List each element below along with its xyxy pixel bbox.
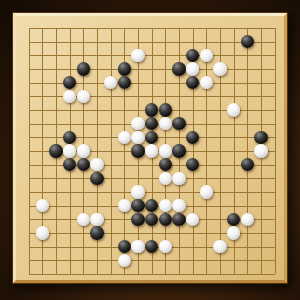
white-stone[interactable] xyxy=(254,144,267,157)
black-stone[interactable] xyxy=(49,144,62,157)
white-stone[interactable] xyxy=(213,240,226,253)
go-board[interactable] xyxy=(13,13,287,283)
white-stone[interactable] xyxy=(241,213,254,226)
white-stone[interactable] xyxy=(159,199,172,212)
white-stone[interactable] xyxy=(131,185,144,198)
black-stone[interactable] xyxy=(145,199,158,212)
black-stone[interactable] xyxy=(241,35,254,48)
black-stone[interactable] xyxy=(145,117,158,130)
white-stone[interactable] xyxy=(145,144,158,157)
white-stone[interactable] xyxy=(131,117,144,130)
black-stone[interactable] xyxy=(172,117,185,130)
black-stone[interactable] xyxy=(63,131,76,144)
white-stone[interactable] xyxy=(227,226,240,239)
black-stone[interactable] xyxy=(145,213,158,226)
white-stone[interactable] xyxy=(90,213,103,226)
black-stone[interactable] xyxy=(77,62,90,75)
black-stone[interactable] xyxy=(118,76,131,89)
white-stone[interactable] xyxy=(118,131,131,144)
black-stone[interactable] xyxy=(186,158,199,171)
go-game-scene xyxy=(0,0,300,300)
white-stone[interactable] xyxy=(172,199,185,212)
white-stone[interactable] xyxy=(186,213,199,226)
grid-line-vertical xyxy=(247,28,248,274)
black-stone[interactable] xyxy=(227,213,240,226)
black-stone[interactable] xyxy=(159,103,172,116)
grid-line-horizontal xyxy=(29,260,275,261)
black-stone[interactable] xyxy=(254,131,267,144)
white-stone[interactable] xyxy=(159,240,172,253)
black-stone[interactable] xyxy=(186,49,199,62)
grid-line-vertical xyxy=(206,28,207,274)
white-stone[interactable] xyxy=(131,240,144,253)
black-stone[interactable] xyxy=(131,144,144,157)
white-stone[interactable] xyxy=(36,199,49,212)
black-stone[interactable] xyxy=(145,131,158,144)
white-stone[interactable] xyxy=(90,158,103,171)
black-stone[interactable] xyxy=(63,76,76,89)
white-stone[interactable] xyxy=(36,226,49,239)
white-stone[interactable] xyxy=(200,49,213,62)
grid-line-horizontal xyxy=(29,274,275,275)
black-stone[interactable] xyxy=(172,62,185,75)
black-stone[interactable] xyxy=(145,240,158,253)
black-stone[interactable] xyxy=(186,131,199,144)
white-stone[interactable] xyxy=(159,117,172,130)
white-stone[interactable] xyxy=(77,213,90,226)
black-stone[interactable] xyxy=(159,213,172,226)
black-stone[interactable] xyxy=(90,226,103,239)
white-stone[interactable] xyxy=(118,199,131,212)
white-stone[interactable] xyxy=(104,76,117,89)
grid-line-vertical xyxy=(275,28,276,274)
black-stone[interactable] xyxy=(159,158,172,171)
black-stone[interactable] xyxy=(118,240,131,253)
white-stone[interactable] xyxy=(118,254,131,267)
white-stone[interactable] xyxy=(213,62,226,75)
white-stone[interactable] xyxy=(200,76,213,89)
white-stone[interactable] xyxy=(77,144,90,157)
black-stone[interactable] xyxy=(90,172,103,185)
black-stone[interactable] xyxy=(172,144,185,157)
white-stone[interactable] xyxy=(63,90,76,103)
black-stone[interactable] xyxy=(131,199,144,212)
black-stone[interactable] xyxy=(118,62,131,75)
black-stone[interactable] xyxy=(77,158,90,171)
white-stone[interactable] xyxy=(172,172,185,185)
white-stone[interactable] xyxy=(186,62,199,75)
white-stone[interactable] xyxy=(131,131,144,144)
white-stone[interactable] xyxy=(131,49,144,62)
black-stone[interactable] xyxy=(172,213,185,226)
black-stone[interactable] xyxy=(186,76,199,89)
white-stone[interactable] xyxy=(63,144,76,157)
black-stone[interactable] xyxy=(145,103,158,116)
white-stone[interactable] xyxy=(159,172,172,185)
white-stone[interactable] xyxy=(159,144,172,157)
white-stone[interactable] xyxy=(200,185,213,198)
white-stone[interactable] xyxy=(77,90,90,103)
grid-line-horizontal xyxy=(29,178,275,179)
black-stone[interactable] xyxy=(241,158,254,171)
grid-line-horizontal xyxy=(29,192,275,193)
white-stone[interactable] xyxy=(227,103,240,116)
black-stone[interactable] xyxy=(131,213,144,226)
black-stone[interactable] xyxy=(63,158,76,171)
